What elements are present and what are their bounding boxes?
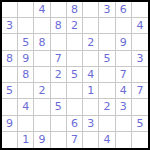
cell-empty-r3c9[interactable] — [132, 34, 148, 50]
cell-given-r7c8[interactable]: 3 — [116, 99, 132, 115]
cell-given-r5c4[interactable]: 2 — [51, 67, 67, 83]
cell-given-r8c5[interactable]: 6 — [67, 116, 83, 132]
cell-given-r3c3[interactable]: 8 — [34, 34, 50, 50]
sudoku-board: 483638245829897538254752147452396351974 — [0, 0, 150, 150]
cell-empty-r1c4[interactable] — [51, 2, 67, 18]
cell-given-r6c3[interactable]: 2 — [34, 83, 50, 99]
cell-empty-r6c7[interactable] — [99, 83, 115, 99]
cell-empty-r6c2[interactable] — [18, 83, 34, 99]
cell-empty-r2c6[interactable] — [83, 18, 99, 34]
cell-empty-r4c6[interactable] — [83, 51, 99, 67]
cell-empty-r2c8[interactable] — [116, 18, 132, 34]
cell-empty-r1c6[interactable] — [83, 2, 99, 18]
cell-empty-r8c3[interactable] — [34, 116, 50, 132]
cell-given-r8c1[interactable]: 9 — [2, 116, 18, 132]
cell-empty-r3c7[interactable] — [99, 34, 115, 50]
cell-empty-r6c5[interactable] — [67, 83, 83, 99]
cell-given-r7c2[interactable]: 4 — [18, 99, 34, 115]
cell-empty-r9c6[interactable] — [83, 132, 99, 148]
cell-empty-r9c1[interactable] — [2, 132, 18, 148]
cell-given-r2c5[interactable]: 2 — [67, 18, 83, 34]
cell-given-r1c7[interactable]: 3 — [99, 2, 115, 18]
cell-empty-r4c3[interactable] — [34, 51, 50, 67]
cell-empty-r1c2[interactable] — [18, 2, 34, 18]
cell-given-r4c7[interactable]: 5 — [99, 51, 115, 67]
cell-given-r4c2[interactable]: 9 — [18, 51, 34, 67]
cell-given-r6c1[interactable]: 5 — [2, 83, 18, 99]
cell-empty-r1c1[interactable] — [2, 2, 18, 18]
cell-given-r7c4[interactable]: 5 — [51, 99, 67, 115]
cell-empty-r2c3[interactable] — [34, 18, 50, 34]
cell-empty-r4c5[interactable] — [67, 51, 83, 67]
cell-empty-r9c8[interactable] — [116, 132, 132, 148]
cell-empty-r9c9[interactable] — [132, 132, 148, 148]
cell-empty-r3c4[interactable] — [51, 34, 67, 50]
cell-given-r3c6[interactable]: 2 — [83, 34, 99, 50]
cell-empty-r6c4[interactable] — [51, 83, 67, 99]
cell-empty-r5c9[interactable] — [132, 67, 148, 83]
cell-given-r4c9[interactable]: 3 — [132, 51, 148, 67]
cell-empty-r4c8[interactable] — [116, 51, 132, 67]
cell-given-r5c5[interactable]: 5 — [67, 67, 83, 83]
cell-given-r9c2[interactable]: 1 — [18, 132, 34, 148]
cell-empty-r8c8[interactable] — [116, 116, 132, 132]
cell-given-r5c8[interactable]: 7 — [116, 67, 132, 83]
cell-given-r2c1[interactable]: 3 — [2, 18, 18, 34]
cell-given-r6c9[interactable]: 7 — [132, 83, 148, 99]
cell-given-r6c6[interactable]: 1 — [83, 83, 99, 99]
cell-given-r3c8[interactable]: 9 — [116, 34, 132, 50]
cell-given-r4c1[interactable]: 8 — [2, 51, 18, 67]
cell-empty-r8c4[interactable] — [51, 116, 67, 132]
cell-given-r3c2[interactable]: 5 — [18, 34, 34, 50]
cell-empty-r7c5[interactable] — [67, 99, 83, 115]
cell-given-r5c2[interactable]: 8 — [18, 67, 34, 83]
cell-given-r6c8[interactable]: 4 — [116, 83, 132, 99]
cell-empty-r7c9[interactable] — [132, 99, 148, 115]
cell-given-r1c3[interactable]: 4 — [34, 2, 50, 18]
cell-given-r8c9[interactable]: 5 — [132, 116, 148, 132]
cell-empty-r2c7[interactable] — [99, 18, 115, 34]
cell-given-r2c4[interactable]: 8 — [51, 18, 67, 34]
cell-empty-r5c3[interactable] — [34, 67, 50, 83]
cell-given-r5c6[interactable]: 4 — [83, 67, 99, 83]
cell-empty-r5c1[interactable] — [2, 67, 18, 83]
cell-empty-r7c1[interactable] — [2, 99, 18, 115]
cell-empty-r7c6[interactable] — [83, 99, 99, 115]
cell-empty-r2c2[interactable] — [18, 18, 34, 34]
cell-given-r9c5[interactable]: 7 — [67, 132, 83, 148]
cell-given-r9c7[interactable]: 4 — [99, 132, 115, 148]
cell-empty-r8c2[interactable] — [18, 116, 34, 132]
cell-given-r1c8[interactable]: 6 — [116, 2, 132, 18]
cell-given-r1c5[interactable]: 8 — [67, 2, 83, 18]
cell-empty-r9c4[interactable] — [51, 132, 67, 148]
cell-empty-r1c9[interactable] — [132, 2, 148, 18]
cell-given-r4c4[interactable]: 7 — [51, 51, 67, 67]
cell-given-r2c9[interactable]: 4 — [132, 18, 148, 34]
cell-empty-r8c7[interactable] — [99, 116, 115, 132]
cell-given-r8c6[interactable]: 3 — [83, 116, 99, 132]
cell-empty-r3c5[interactable] — [67, 34, 83, 50]
cell-given-r7c7[interactable]: 2 — [99, 99, 115, 115]
cell-empty-r3c1[interactable] — [2, 34, 18, 50]
cell-empty-r7c3[interactable] — [34, 99, 50, 115]
cell-given-r9c3[interactable]: 9 — [34, 132, 50, 148]
cell-empty-r5c7[interactable] — [99, 67, 115, 83]
